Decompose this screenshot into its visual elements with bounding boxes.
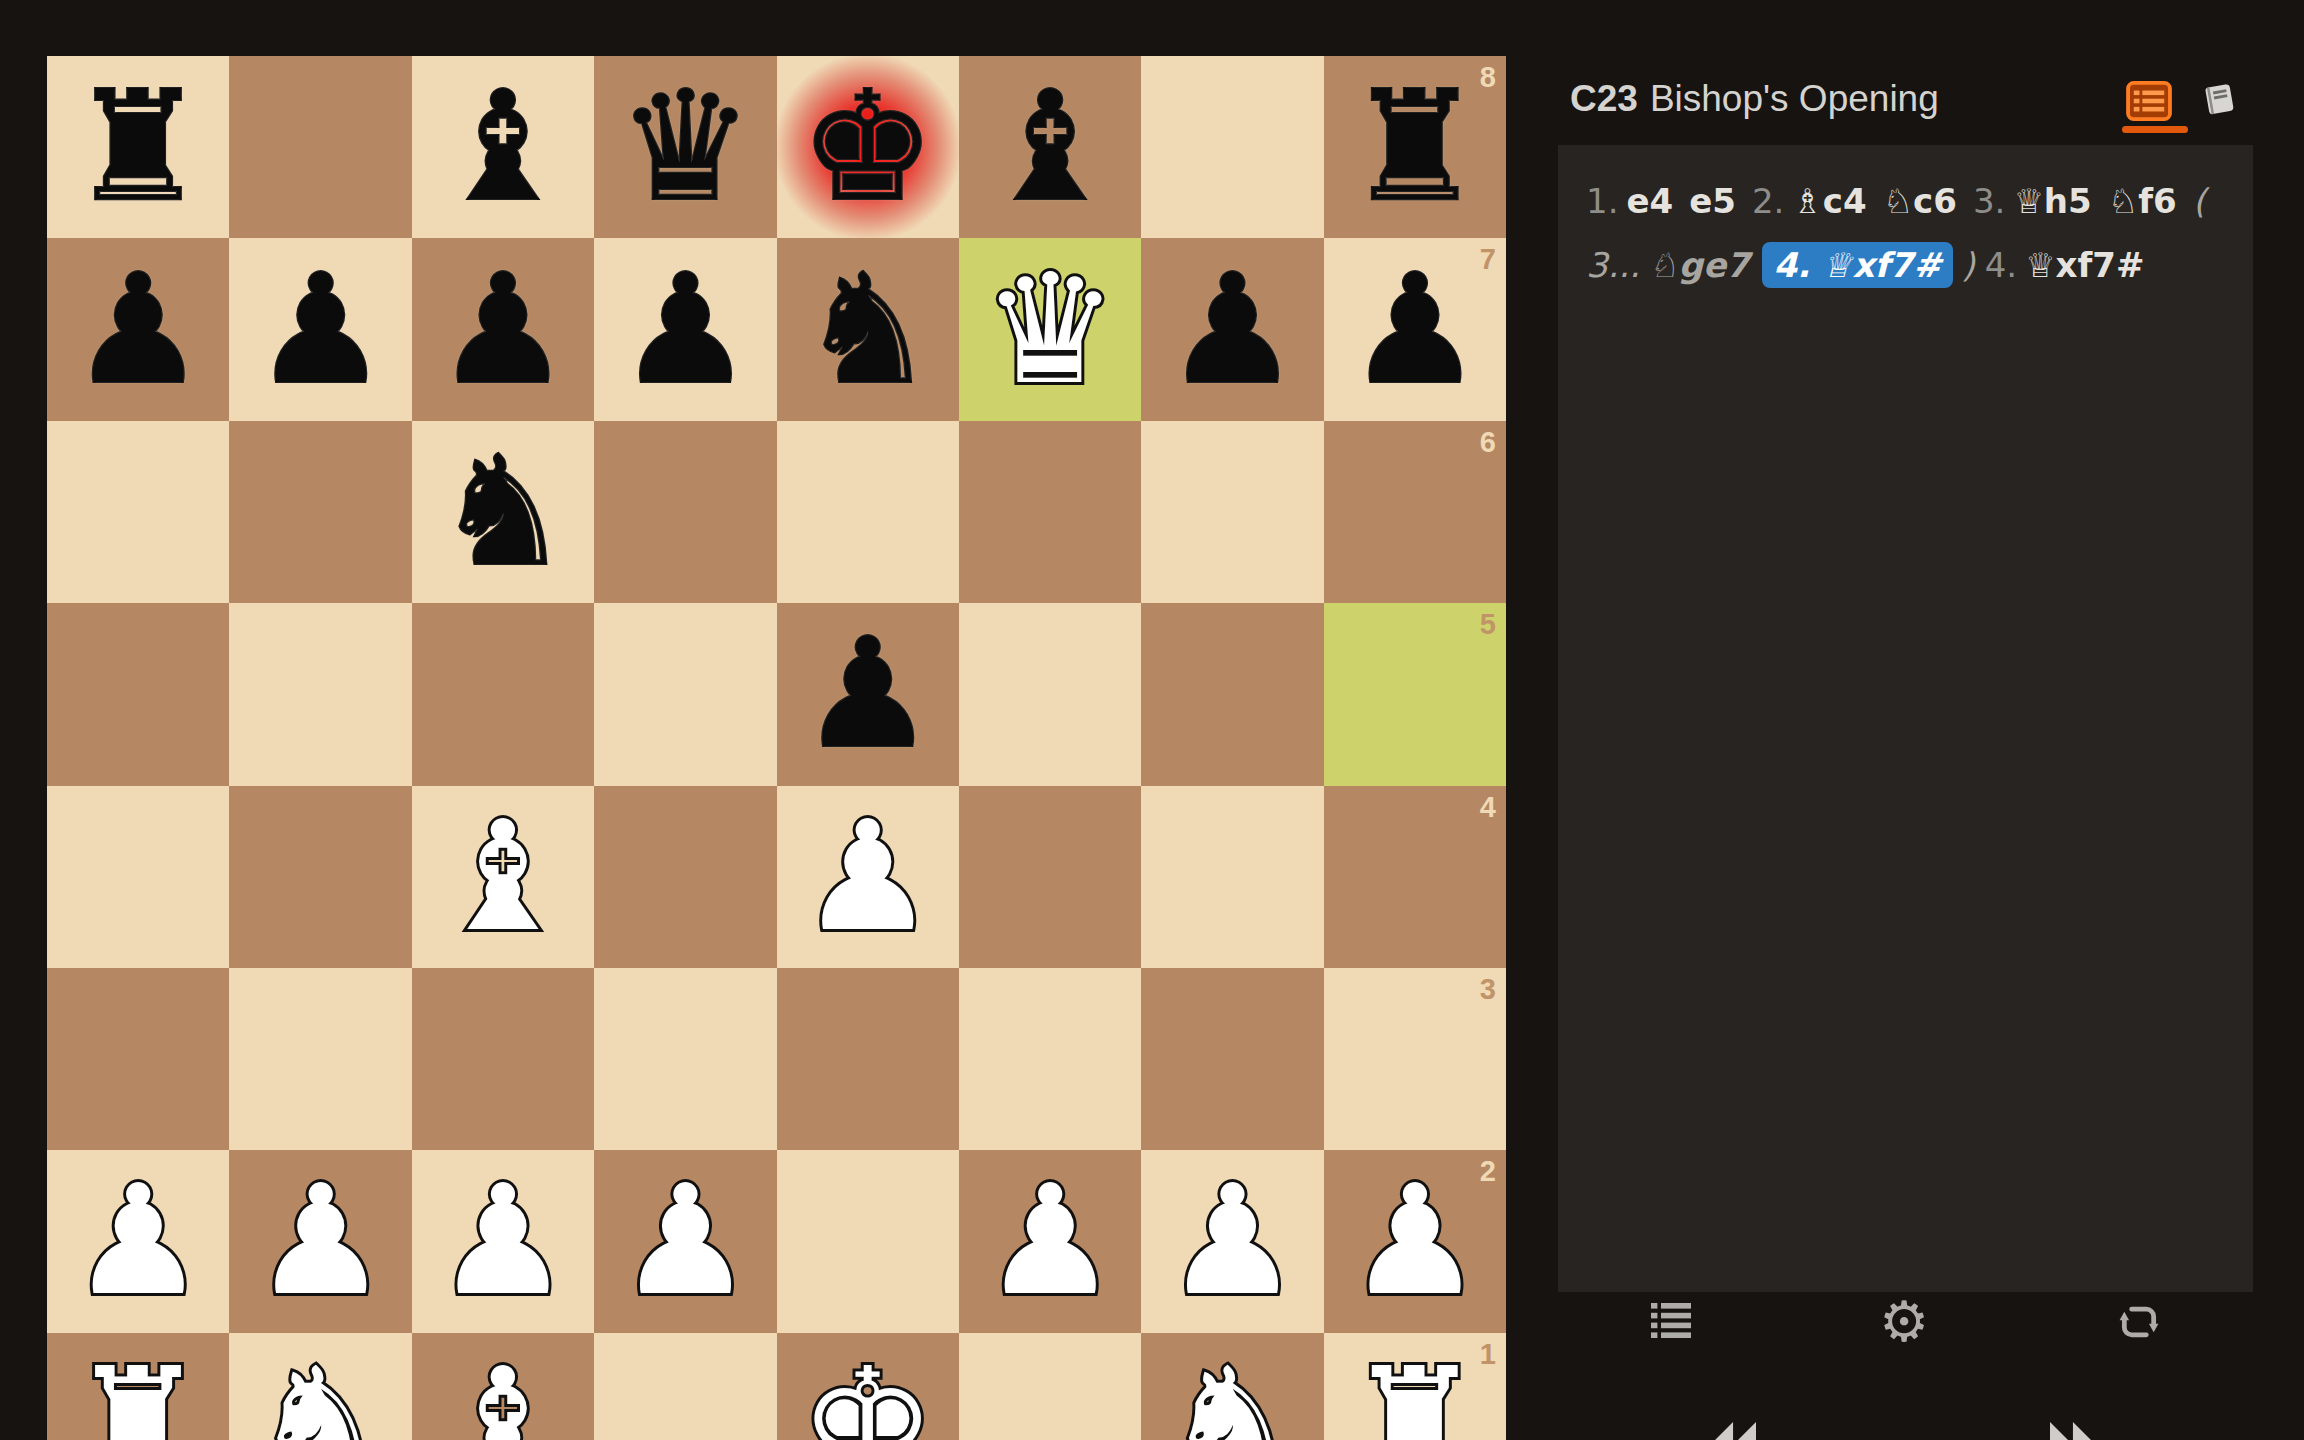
flip-board-icon [2116, 1300, 2162, 1344]
square-h1[interactable]: ♜1 [1324, 1333, 1506, 1440]
square-g3[interactable] [1141, 968, 1323, 1150]
square-h4[interactable]: 4 [1324, 786, 1506, 968]
square-b8[interactable] [229, 56, 411, 238]
square-d8[interactable]: ♛ [594, 56, 776, 238]
fast-backward-icon [1712, 1422, 1758, 1440]
move-token: 3... [1586, 245, 1640, 285]
square-b3[interactable] [229, 968, 411, 1150]
square-d1[interactable] [594, 1333, 776, 1440]
white-knight: ♞ [1164, 1348, 1300, 1440]
square-a2[interactable]: ♟ [47, 1150, 229, 1332]
rank-label-8: 8 [1480, 63, 1496, 92]
black-pawn: ♟ [800, 618, 936, 770]
square-a7[interactable]: ♟ [47, 238, 229, 420]
fast-backward-button[interactable] [1712, 1422, 1758, 1440]
white-rook: ♜ [70, 1348, 206, 1440]
square-e4[interactable]: ♟ [777, 786, 959, 968]
black-queen: ♛ [617, 71, 753, 223]
black-pawn: ♟ [617, 254, 753, 406]
move-list: 1.e4e52.♗c4♘c63.♕h5♘f6(3...♘ge74. ♕xf7#)… [1586, 169, 2225, 297]
square-c8[interactable]: ♝ [412, 56, 594, 238]
book-icon [2201, 82, 2239, 118]
rank-label-5: 5 [1480, 610, 1496, 639]
move-list-icon [1647, 1300, 1695, 1342]
active-move[interactable]: 4. ♕xf7# [1762, 242, 1954, 288]
square-c7[interactable]: ♟ [412, 238, 594, 420]
white-rook: ♜ [1347, 1348, 1483, 1440]
tab-book[interactable] [2201, 82, 2239, 122]
flip-board-button[interactable] [2116, 1300, 2162, 1348]
move-token[interactable]: e4 [1626, 181, 1673, 221]
square-g5[interactable] [1141, 603, 1323, 785]
square-h8[interactable]: ♜8 [1324, 56, 1506, 238]
square-a8[interactable]: ♜ [47, 56, 229, 238]
white-bishop: ♝ [435, 801, 571, 953]
black-rook: ♜ [1347, 71, 1483, 223]
square-c2[interactable]: ♟ [412, 1150, 594, 1332]
white-bishop: ♝ [435, 1348, 571, 1440]
tab-moves-table[interactable] [2126, 81, 2172, 125]
white-king: ♚ [800, 1348, 936, 1440]
square-a5[interactable] [47, 603, 229, 785]
settings-gear-icon: ⚙ [1879, 1289, 1929, 1354]
move-token: 1. [1586, 181, 1618, 221]
move-token: ) [1961, 245, 1974, 285]
move-token[interactable]: ♕h5 [2013, 181, 2091, 221]
black-pawn: ♟ [435, 254, 571, 406]
square-b6[interactable] [229, 421, 411, 603]
square-g4[interactable] [1141, 786, 1323, 968]
square-a1[interactable]: ♜ [47, 1333, 229, 1440]
rank-label-7: 7 [1480, 245, 1496, 274]
square-b5[interactable] [229, 603, 411, 785]
rank-label-6: 6 [1480, 428, 1496, 457]
square-f7[interactable]: ♛ [959, 238, 1141, 420]
square-b4[interactable] [229, 786, 411, 968]
square-e1[interactable]: ♚ [777, 1333, 959, 1440]
square-e3[interactable] [777, 968, 959, 1150]
square-f2[interactable]: ♟ [959, 1150, 1141, 1332]
white-pawn: ♟ [1347, 1165, 1483, 1317]
rank-label-4: 4 [1480, 793, 1496, 822]
square-h6[interactable]: 6 [1324, 421, 1506, 603]
square-b1[interactable]: ♞ [229, 1333, 411, 1440]
black-bishop: ♝ [982, 71, 1118, 223]
white-pawn: ♟ [617, 1165, 753, 1317]
square-e5[interactable]: ♟ [777, 603, 959, 785]
white-queen: ♛ [982, 254, 1118, 406]
square-g2[interactable]: ♟ [1141, 1150, 1323, 1332]
square-d2[interactable]: ♟ [594, 1150, 776, 1332]
white-pawn: ♟ [982, 1165, 1118, 1317]
square-a3[interactable] [47, 968, 229, 1150]
opening-name: Bishop's Opening [1650, 78, 1939, 119]
square-c6[interactable]: ♞ [412, 421, 594, 603]
move-token[interactable]: ♕xf7# [2025, 245, 2144, 285]
move-list-panel: 1.e4e52.♗c4♘c63.♕h5♘f6(3...♘ge74. ♕xf7#)… [1558, 145, 2253, 1292]
move-token: 4. [1985, 245, 2017, 285]
square-d7[interactable]: ♟ [594, 238, 776, 420]
white-pawn: ♟ [70, 1165, 206, 1317]
white-pawn: ♟ [435, 1165, 571, 1317]
black-pawn: ♟ [252, 254, 388, 406]
move-token[interactable]: ♘c6 [1883, 181, 1957, 221]
move-token[interactable]: ♘ge7 [1648, 245, 1750, 285]
move-token: ( [2193, 181, 2206, 221]
chess-board[interactable]: ♜♝♛♚♝♜8♟♟♟♟♞♛♟♟7♞6♟5♝♟43♟♟♟♟♟♟♟2♜♞♝♚♞♜1 [47, 56, 1506, 1440]
square-b7[interactable]: ♟ [229, 238, 411, 420]
square-g8[interactable] [1141, 56, 1323, 238]
square-e8[interactable]: ♚ [777, 56, 959, 238]
fast-forward-icon [2048, 1422, 2094, 1440]
rank-label-1: 1 [1480, 1340, 1496, 1369]
square-e7[interactable]: ♞ [777, 238, 959, 420]
move-list-button[interactable] [1647, 1300, 1695, 1346]
black-knight: ♞ [800, 254, 936, 406]
white-pawn: ♟ [800, 801, 936, 953]
square-g1[interactable]: ♞ [1141, 1333, 1323, 1440]
black-pawn: ♟ [1347, 254, 1483, 406]
black-bishop: ♝ [435, 71, 571, 223]
square-e6[interactable] [777, 421, 959, 603]
square-d3[interactable] [594, 968, 776, 1150]
opening-title: C23Bishop's Opening [1570, 79, 1939, 120]
square-c1[interactable]: ♝ [412, 1333, 594, 1440]
rank-label-2: 2 [1480, 1157, 1496, 1186]
square-d5[interactable] [594, 603, 776, 785]
active-tab-underline [2122, 126, 2188, 133]
black-king: ♚ [800, 71, 936, 223]
square-d4[interactable] [594, 786, 776, 968]
black-pawn: ♟ [1164, 254, 1300, 406]
square-c3[interactable] [412, 968, 594, 1150]
square-c5[interactable] [412, 603, 594, 785]
move-token: 2. [1752, 181, 1784, 221]
square-g6[interactable] [1141, 421, 1323, 603]
list-view-icon [2126, 81, 2172, 121]
fast-forward-button[interactable] [2048, 1422, 2094, 1440]
square-e2[interactable] [777, 1150, 959, 1332]
white-knight: ♞ [252, 1348, 388, 1440]
move-token[interactable]: ♘f6 [2108, 181, 2177, 221]
black-knight: ♞ [435, 436, 571, 588]
square-d6[interactable] [594, 421, 776, 603]
black-pawn: ♟ [70, 254, 206, 406]
square-h7[interactable]: ♟7 [1324, 238, 1506, 420]
square-g7[interactable]: ♟ [1141, 238, 1323, 420]
white-pawn: ♟ [252, 1165, 388, 1317]
square-f1[interactable] [959, 1333, 1141, 1440]
move-token[interactable]: ♗c4 [1792, 181, 1866, 221]
square-b2[interactable]: ♟ [229, 1150, 411, 1332]
move-token[interactable]: e5 [1689, 181, 1736, 221]
square-f4[interactable] [959, 786, 1141, 968]
square-f5[interactable] [959, 603, 1141, 785]
rank-label-3: 3 [1480, 975, 1496, 1004]
square-a6[interactable] [47, 421, 229, 603]
square-f3[interactable] [959, 968, 1141, 1150]
square-f8[interactable]: ♝ [959, 56, 1141, 238]
move-token: 3. [1973, 181, 2005, 221]
square-a4[interactable] [47, 786, 229, 968]
square-h2[interactable]: ♟2 [1324, 1150, 1506, 1332]
square-h5[interactable]: 5 [1324, 603, 1506, 785]
square-f6[interactable] [959, 421, 1141, 603]
black-rook: ♜ [70, 71, 206, 223]
square-c4[interactable]: ♝ [412, 786, 594, 968]
opening-eco: C23 [1570, 78, 1638, 119]
settings-button[interactable]: ⚙ [1879, 1294, 1929, 1350]
white-pawn: ♟ [1164, 1165, 1300, 1317]
square-h3[interactable]: 3 [1324, 968, 1506, 1150]
